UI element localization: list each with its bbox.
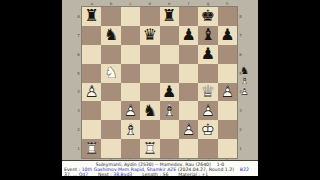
rank-label-3: 3 [76, 101, 81, 120]
material-value: +1 [201, 172, 208, 177]
square-b3[interactable] [101, 101, 120, 120]
square-f8[interactable] [179, 7, 198, 26]
square-e1[interactable] [160, 139, 179, 158]
square-f3[interactable] [179, 101, 198, 120]
white-queen-g4: ♛♕ [198, 83, 217, 102]
piece-outline: ♗ [121, 120, 140, 139]
square-f6[interactable] [179, 45, 198, 64]
square-g3[interactable]: ♟♙ [198, 101, 217, 120]
file-label-e: e [160, 1, 179, 6]
square-e2[interactable] [160, 120, 179, 139]
square-f7[interactable]: ♟ [179, 26, 198, 45]
white-pawn-h4: ♟♙ [218, 83, 237, 102]
square-f4[interactable] [179, 83, 198, 102]
square-c6[interactable] [121, 45, 140, 64]
piece-outline: ♖ [82, 139, 101, 158]
square-a7[interactable] [82, 26, 101, 45]
square-a2[interactable] [82, 120, 101, 139]
square-c2[interactable]: ♝♗ [121, 120, 140, 139]
square-c5[interactable] [121, 64, 140, 83]
square-d2[interactable] [140, 120, 159, 139]
rank-label-6: 6 [76, 45, 81, 64]
length-value: 56 [163, 172, 169, 177]
rank-label-4: 4 [76, 83, 81, 102]
square-g4[interactable]: ♛♕ [198, 83, 217, 102]
square-e3[interactable]: ♝♗ [160, 101, 179, 120]
square-h1[interactable] [218, 139, 237, 158]
square-e5[interactable] [160, 64, 179, 83]
square-h3[interactable] [218, 101, 237, 120]
rank-label-6: 6 [238, 45, 243, 64]
piece-outline: ♙ [82, 83, 101, 102]
material-difference-strip: ♞♝♗♟♙ [239, 66, 250, 97]
board-grid: ♜♜♚♞♛♟♝♟♟♞♘♟♙♟♛♕♟♙♟♙♞♝♗♟♙♝♗♟♙♚♔♜♖♜♖ [82, 7, 237, 158]
square-h4[interactable]: ♟♙ [218, 83, 237, 102]
square-b4[interactable] [101, 83, 120, 102]
file-label-b: b [101, 1, 120, 6]
square-a5[interactable] [82, 64, 101, 83]
piece-outline: ♖ [140, 139, 159, 158]
white-knight-b5: ♞♘ [101, 64, 120, 83]
square-h8[interactable] [218, 7, 237, 26]
rank-label-8: 8 [76, 7, 81, 26]
black-knight-d3: ♞ [140, 101, 159, 120]
square-a8[interactable]: ♜ [82, 7, 101, 26]
square-d8[interactable] [140, 7, 159, 26]
square-e4[interactable]: ♟ [160, 83, 179, 102]
square-a6[interactable] [82, 45, 101, 64]
square-d5[interactable] [140, 64, 159, 83]
square-g7[interactable]: ♝ [198, 26, 217, 45]
square-f5[interactable] [179, 64, 198, 83]
file-label-f: f [179, 1, 198, 6]
video-frame: abcdefgh 87654321 ♜♜♚♞♛♟♝♟♟♞♘♟♙♟♛♕♟♙♟♙♞♝… [0, 0, 320, 180]
rank-label-2: 2 [76, 120, 81, 139]
white-rook-a1: ♜♖ [82, 139, 101, 158]
square-c3[interactable]: ♟♙ [121, 101, 140, 120]
square-d3[interactable]: ♞ [140, 101, 159, 120]
next-move-link[interactable]: 38.Bxd3 [113, 172, 132, 177]
white-pawn-f2: ♟♙ [179, 120, 198, 139]
black-rook-a8: ♜ [82, 7, 101, 26]
square-e6[interactable] [160, 45, 179, 64]
square-d7[interactable]: ♛ [140, 26, 159, 45]
square-f1[interactable] [179, 139, 198, 158]
square-e8[interactable]: ♜ [160, 7, 179, 26]
last-move[interactable]: Qd7 [79, 172, 88, 177]
file-label-d: d [140, 1, 159, 6]
square-c7[interactable] [121, 26, 140, 45]
square-b2[interactable] [101, 120, 120, 139]
piece-outline: ♘ [101, 64, 120, 83]
square-c8[interactable] [121, 7, 140, 26]
black-king-g8: ♚ [198, 7, 217, 26]
square-c4[interactable] [121, 83, 140, 102]
piece-outline: ♗ [160, 101, 179, 120]
square-b8[interactable] [101, 7, 120, 26]
black-pawn-e4: ♟ [160, 83, 179, 102]
material-label: Material : [178, 172, 200, 177]
square-h2[interactable] [218, 120, 237, 139]
piece-outline: ♕ [198, 83, 217, 102]
rank-label-1: 1 [238, 139, 243, 158]
black-pawn-f7: ♟ [179, 26, 198, 45]
square-g8[interactable]: ♚ [198, 7, 217, 26]
square-f2[interactable]: ♟♙ [179, 120, 198, 139]
square-g5[interactable] [198, 64, 217, 83]
white-king-g2: ♚♔ [198, 120, 217, 139]
white-bishop-c2: ♝♗ [121, 120, 140, 139]
white-pawn-c3: ♟♙ [121, 101, 140, 120]
rank-label-7: 7 [76, 26, 81, 45]
white-rook-d1: ♜♖ [140, 139, 159, 158]
rank-label-8: 8 [238, 7, 243, 26]
square-c1[interactable] [121, 139, 140, 158]
black-pawn-h7: ♟ [218, 26, 237, 45]
square-b6[interactable] [101, 45, 120, 64]
square-g2[interactable]: ♚♔ [198, 120, 217, 139]
piece-outline: ♙ [121, 101, 140, 120]
black-rook-e8: ♜ [160, 7, 179, 26]
game-info-footer: Suleymanli, Aydin (2530) -- Mamedov, Rau… [62, 160, 258, 176]
rank-label-3: 3 [238, 101, 243, 120]
square-b1[interactable] [101, 139, 120, 158]
eco-code-link[interactable]: B22 [240, 167, 249, 172]
square-d4[interactable] [140, 83, 159, 102]
black-bishop-g7: ♝ [198, 26, 217, 45]
square-h6[interactable] [218, 45, 237, 64]
length-label: Length : [142, 172, 161, 177]
rank-labels-left: 87654321 [76, 7, 81, 158]
square-d6[interactable] [140, 45, 159, 64]
square-e7[interactable] [160, 26, 179, 45]
square-h7[interactable]: ♟ [218, 26, 237, 45]
piece-outline: ♙ [218, 83, 237, 102]
rank-label-5: 5 [76, 64, 81, 83]
square-a1[interactable]: ♜♖ [82, 139, 101, 158]
next-label: Next : [98, 172, 112, 177]
chess-viewer-panel: abcdefgh 87654321 ♜♜♚♞♛♟♝♟♟♞♘♟♙♟♛♕♟♙♟♙♞♝… [62, 0, 258, 180]
square-g6[interactable]: ♟ [198, 45, 217, 64]
square-b5[interactable]: ♞♘ [101, 64, 120, 83]
square-d1[interactable]: ♜♖ [140, 139, 159, 158]
rank-label-1: 1 [76, 139, 81, 158]
file-label-c: c [121, 1, 140, 6]
file-label-a: a [82, 1, 101, 6]
square-a4[interactable]: ♟♙ [82, 83, 101, 102]
black-queen-d7: ♛ [140, 26, 159, 45]
black-pawn-g6: ♟ [198, 45, 217, 64]
white-pawn-a4: ♟♙ [82, 83, 101, 102]
square-b7[interactable]: ♞ [101, 26, 120, 45]
piece-outline: ♙ [179, 120, 198, 139]
file-labels-top: abcdefgh [82, 1, 237, 6]
rank-label-2: 2 [238, 120, 243, 139]
square-g1[interactable] [198, 139, 217, 158]
white-pawn-g3: ♟♙ [198, 101, 217, 120]
square-h5[interactable] [218, 64, 237, 83]
file-label-g: g [198, 1, 217, 6]
file-label-h: h [218, 1, 237, 6]
white-pawn-captured-icon: ♟♙ [239, 87, 250, 97]
piece-outline: ♙ [239, 87, 250, 97]
piece-outline: ♙ [198, 101, 217, 120]
move-number: 37. ... [64, 172, 77, 177]
black-knight-b7: ♞ [101, 26, 120, 45]
rank-label-7: 7 [238, 26, 243, 45]
square-a3[interactable] [82, 101, 101, 120]
white-bishop-e3: ♝♗ [160, 101, 179, 120]
piece-outline: ♔ [198, 120, 217, 139]
move-status-line: 37. ... Qd7 Next : 38.Bxd3 Length : 56 M… [64, 172, 256, 177]
